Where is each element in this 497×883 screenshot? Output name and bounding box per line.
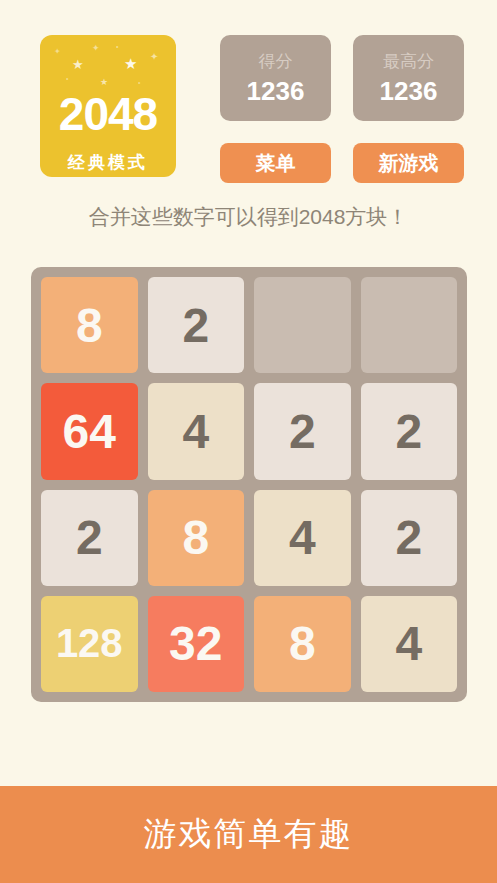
- sparkle-icon: ✦: [92, 43, 100, 53]
- goal-hint-text: 合并这些数字可以得到2048方块！: [0, 203, 497, 231]
- empty-cell: [361, 277, 458, 373]
- tile-4: 4: [254, 490, 351, 586]
- new-game-button[interactable]: 新游戏: [353, 143, 464, 183]
- tile-4: 4: [361, 596, 458, 692]
- tile-8: 8: [41, 277, 138, 373]
- dot-icon: •: [66, 75, 68, 82]
- tile-32: 32: [148, 596, 245, 692]
- score-box: 得分 1236: [220, 35, 331, 121]
- score-label: 得分: [259, 50, 293, 73]
- header: ✦ ★ • ✦ ★ • ★ ✦ • 2048 经典模式 得分 1236 最高分 …: [40, 35, 464, 183]
- footer-slogan: 游戏简单有趣: [144, 812, 354, 857]
- menu-button[interactable]: 菜单: [220, 143, 331, 183]
- empty-cell: [254, 277, 351, 373]
- tile-2: 2: [148, 277, 245, 373]
- star-icon: ★: [72, 57, 84, 72]
- tile-2: 2: [41, 490, 138, 586]
- buttons-row: 菜单 新游戏: [220, 143, 464, 183]
- best-score-label: 最高分: [383, 50, 434, 73]
- tile-4: 4: [148, 383, 245, 479]
- dot-icon: •: [116, 43, 118, 50]
- board[interactable]: 826442228421283284: [31, 267, 467, 702]
- logo-stars-decoration: ✦ ★ • ✦ ★ • ★ ✦ •: [40, 35, 176, 95]
- tile-2: 2: [361, 490, 458, 586]
- footer-banner: 游戏简单有趣: [0, 786, 497, 883]
- best-score-value: 1236: [380, 76, 438, 107]
- tile-128: 128: [41, 596, 138, 692]
- tile-2: 2: [361, 383, 458, 479]
- logo-title: 2048: [40, 91, 176, 137]
- logo-mode-label: 经典模式: [40, 151, 176, 174]
- tile-8: 8: [254, 596, 351, 692]
- star-icon: ★: [124, 55, 137, 73]
- score-row: 得分 1236 最高分 1236: [220, 35, 464, 121]
- game-logo: ✦ ★ • ✦ ★ • ★ ✦ • 2048 经典模式: [40, 35, 176, 177]
- tile-8: 8: [148, 490, 245, 586]
- star-icon: ★: [100, 77, 108, 87]
- sparkle-icon: ✦: [150, 51, 158, 62]
- dot-icon: •: [138, 79, 140, 86]
- sparkle-icon: ✦: [54, 47, 61, 56]
- best-score-box: 最高分 1236: [353, 35, 464, 121]
- header-right: 得分 1236 最高分 1236 菜单 新游戏: [220, 35, 464, 183]
- tile-2: 2: [254, 383, 351, 479]
- score-value: 1236: [247, 76, 305, 107]
- tile-64: 64: [41, 383, 138, 479]
